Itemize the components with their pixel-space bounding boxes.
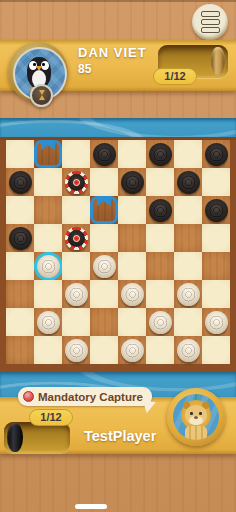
home-indicator[interactable]	[75, 504, 107, 509]
white-piece[interactable]	[177, 339, 200, 362]
lion-icon	[173, 394, 219, 440]
white-piece[interactable]	[149, 311, 172, 334]
board-square[interactable]	[146, 336, 174, 364]
black-captured-piece	[7, 423, 23, 452]
black-piece[interactable]	[93, 143, 116, 166]
message-text: Mandatory Capture	[38, 391, 143, 403]
board-square[interactable]	[146, 168, 174, 196]
board-square[interactable]	[174, 252, 202, 280]
board-square[interactable]	[6, 252, 34, 280]
white-piece[interactable]	[65, 339, 88, 362]
board-square[interactable]	[146, 140, 174, 168]
board-square[interactable]	[202, 140, 230, 168]
board-square[interactable]	[62, 252, 90, 280]
white-piece[interactable]	[121, 283, 144, 306]
board-square[interactable]	[202, 308, 230, 336]
board-square[interactable]	[34, 280, 62, 308]
board-square[interactable]	[118, 280, 146, 308]
top-player-name: DAN VIET	[78, 45, 147, 60]
board-square[interactable]	[174, 308, 202, 336]
board-square[interactable]	[174, 280, 202, 308]
board-square[interactable]	[90, 336, 118, 364]
white-piece[interactable]	[37, 311, 60, 334]
board-square[interactable]	[202, 280, 230, 308]
board-square[interactable]	[90, 140, 118, 168]
white-piece[interactable]	[65, 283, 88, 306]
bottom-capture-count-badge: 1/12	[29, 409, 73, 426]
highlighted-square[interactable]	[90, 196, 118, 224]
board-square[interactable]	[34, 336, 62, 364]
water-band-upper	[0, 118, 236, 137]
board-square[interactable]	[90, 224, 118, 252]
white-piece[interactable]	[177, 283, 200, 306]
black-piece[interactable]	[9, 171, 32, 194]
board-square[interactable]	[118, 168, 146, 196]
message-bubble: Mandatory Capture	[18, 387, 152, 406]
checkers-board	[0, 137, 236, 372]
board-square[interactable]	[62, 336, 90, 364]
board-square[interactable]	[202, 224, 230, 252]
board-square[interactable]	[118, 308, 146, 336]
board-square[interactable]	[6, 308, 34, 336]
board-square[interactable]	[146, 196, 174, 224]
board-square[interactable]	[174, 224, 202, 252]
board-square[interactable]	[146, 308, 174, 336]
board-square[interactable]	[174, 168, 202, 196]
black-piece[interactable]	[149, 199, 172, 222]
white-piece[interactable]	[205, 311, 228, 334]
board-square[interactable]	[90, 168, 118, 196]
board-square[interactable]	[34, 196, 62, 224]
board-square[interactable]	[34, 168, 62, 196]
board-square[interactable]	[174, 140, 202, 168]
app-screen: DAN VIET 85 1/12 Mandatory Capture	[0, 0, 236, 512]
black-piece[interactable]	[177, 171, 200, 194]
highlighted-square[interactable]	[34, 140, 62, 168]
board-square[interactable]	[6, 140, 34, 168]
board-square[interactable]	[62, 224, 90, 252]
bottom-player-name: TestPlayer	[84, 428, 156, 444]
board-square[interactable]	[34, 224, 62, 252]
board-square[interactable]	[118, 252, 146, 280]
bottom-capture-tray	[4, 422, 70, 453]
white-piece[interactable]	[37, 255, 60, 278]
white-piece[interactable]	[121, 339, 144, 362]
red-dot-icon	[23, 391, 34, 402]
top-player-rating: 85	[78, 62, 91, 76]
black-piece[interactable]	[65, 171, 88, 194]
board-square[interactable]	[6, 280, 34, 308]
board-square[interactable]	[146, 252, 174, 280]
hamburger-menu-icon	[201, 11, 220, 17]
board-square[interactable]	[6, 336, 34, 364]
black-piece[interactable]	[9, 227, 32, 250]
board-square[interactable]	[202, 196, 230, 224]
menu-button[interactable]	[192, 4, 228, 40]
board-square[interactable]	[62, 140, 90, 168]
board-square[interactable]	[34, 252, 62, 280]
board-square[interactable]	[62, 196, 90, 224]
board-square[interactable]	[62, 308, 90, 336]
white-piece[interactable]	[93, 255, 116, 278]
black-piece[interactable]	[149, 143, 172, 166]
top-edge-shadow	[0, 0, 236, 2]
top-capture-count-badge: 1/12	[153, 68, 197, 85]
black-piece[interactable]	[205, 143, 228, 166]
board-square[interactable]	[202, 168, 230, 196]
board-square[interactable]	[146, 280, 174, 308]
board-square[interactable]	[174, 196, 202, 224]
board-square[interactable]	[146, 224, 174, 252]
board-square[interactable]	[6, 196, 34, 224]
white-captured-piece	[211, 47, 225, 75]
board-square[interactable]	[118, 224, 146, 252]
black-piece[interactable]	[65, 227, 88, 250]
board-square[interactable]	[6, 168, 34, 196]
board-square[interactable]	[118, 336, 146, 364]
board-square[interactable]	[90, 280, 118, 308]
board-square[interactable]	[34, 308, 62, 336]
board-square[interactable]	[202, 336, 230, 364]
board-square[interactable]	[174, 336, 202, 364]
board-grid	[6, 140, 230, 364]
board-square[interactable]	[90, 308, 118, 336]
board-square[interactable]	[62, 280, 90, 308]
black-piece[interactable]	[205, 199, 228, 222]
board-square[interactable]	[6, 224, 34, 252]
board-square[interactable]	[62, 168, 90, 196]
bottom-player-avatar[interactable]	[167, 388, 225, 446]
board-square[interactable]	[202, 252, 230, 280]
board-square[interactable]	[90, 252, 118, 280]
board-square[interactable]	[118, 196, 146, 224]
black-piece[interactable]	[121, 171, 144, 194]
hourglass-icon	[30, 84, 53, 107]
board-square[interactable]	[118, 140, 146, 168]
